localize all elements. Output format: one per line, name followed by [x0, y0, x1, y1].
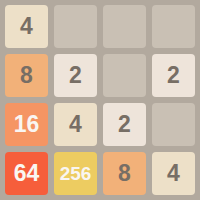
tile-4: 4: [5, 5, 48, 48]
tile-8: 8: [103, 152, 146, 195]
tile-2: 2: [152, 54, 195, 97]
tile-4: 4: [54, 103, 97, 146]
empty-cell: [54, 5, 97, 48]
tile-16: 16: [5, 103, 48, 146]
tile-64: 64: [5, 152, 48, 195]
tile-4: 4: [152, 152, 195, 195]
tile-256: 256: [54, 152, 97, 195]
tile-8: 8: [5, 54, 48, 97]
tile-2: 2: [103, 103, 146, 146]
game-board-2048[interactable]: 482216426425684: [0, 0, 200, 200]
empty-cell: [103, 5, 146, 48]
empty-cell: [152, 103, 195, 146]
tile-2: 2: [54, 54, 97, 97]
empty-cell: [103, 54, 146, 97]
empty-cell: [152, 5, 195, 48]
